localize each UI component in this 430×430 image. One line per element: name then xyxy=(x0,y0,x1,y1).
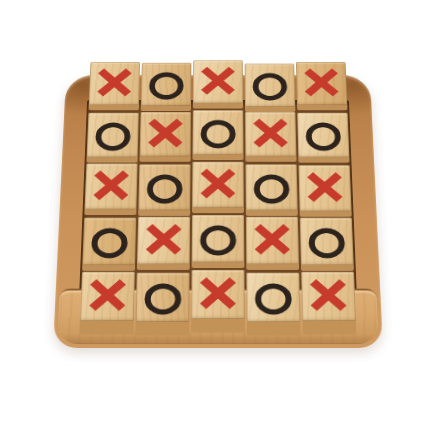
cell-r5c1-x-block[interactable]: × xyxy=(80,272,135,335)
o-glyph: ○ xyxy=(252,68,288,100)
cell-r4c4-x-block[interactable]: × xyxy=(246,217,299,270)
x-glyph: × xyxy=(195,160,240,206)
cell-r3c1-x-block[interactable]: × xyxy=(84,164,137,215)
o-glyph: ○ xyxy=(254,278,292,315)
cell-r2c5-o-block[interactable]: ○ xyxy=(297,113,349,163)
cell-r4c1-o-block[interactable]: ○ xyxy=(82,218,136,271)
game-scene: ×○×○×○×○×○×○×○×○×○×○×○×○× xyxy=(53,28,383,348)
o-glyph: ○ xyxy=(143,278,181,315)
cell-r4c2-x-block[interactable]: × xyxy=(137,217,190,270)
board-3d-wrapper: ×○×○×○×○×○×○×○×○×○×○×○×○× xyxy=(53,62,383,348)
cell-r1c4-o-block[interactable]: ○ xyxy=(245,64,296,112)
x-glyph: × xyxy=(305,270,353,319)
cell-r2c1-o-block[interactable]: ○ xyxy=(86,113,138,163)
x-glyph: × xyxy=(299,60,344,103)
x-glyph: × xyxy=(140,215,186,262)
x-glyph: × xyxy=(249,215,295,262)
x-glyph: × xyxy=(196,59,240,102)
cell-r3c3-x-block[interactable]: × xyxy=(192,162,244,213)
cell-r3c2-o-block[interactable]: ○ xyxy=(138,164,190,215)
cell-r2c3-o-block[interactable]: ○ xyxy=(192,110,243,160)
o-glyph: ○ xyxy=(148,67,184,99)
cell-r2c2-x-block[interactable]: × xyxy=(139,112,191,162)
board-grid: ×○×○×○×○×○×○×○×○×○×○×○×○× xyxy=(81,62,355,292)
cell-r4c3-o-block[interactable]: ○ xyxy=(192,215,245,268)
cell-r2c4-x-block[interactable]: × xyxy=(245,112,297,162)
cell-r4c5-o-block[interactable]: ○ xyxy=(300,218,354,271)
cell-r5c3-x-block[interactable]: × xyxy=(191,270,245,333)
o-glyph: ○ xyxy=(307,222,345,257)
cell-r5c2-o-block[interactable]: ○ xyxy=(135,273,189,336)
x-glyph: × xyxy=(88,162,134,208)
x-glyph: × xyxy=(84,270,132,319)
cell-r5c4-o-block[interactable]: ○ xyxy=(246,273,300,336)
x-glyph: × xyxy=(143,110,188,154)
cell-r1c1-x-block[interactable]: × xyxy=(89,62,140,110)
cell-r3c4-o-block[interactable]: ○ xyxy=(245,164,297,215)
x-glyph: × xyxy=(92,60,137,103)
cell-r1c3-x-block[interactable]: × xyxy=(193,60,243,108)
x-glyph: × xyxy=(302,164,348,210)
o-glyph: ○ xyxy=(305,117,342,150)
x-glyph: × xyxy=(195,268,242,317)
cell-r1c2-o-block[interactable]: ○ xyxy=(141,63,192,111)
cell-r3c5-x-block[interactable]: × xyxy=(299,165,352,217)
cell-r1c5-x-block[interactable]: × xyxy=(296,62,347,110)
o-glyph: ○ xyxy=(94,117,131,150)
cell-r5c5-x-block[interactable]: × xyxy=(301,272,356,335)
o-glyph: ○ xyxy=(146,169,183,203)
o-glyph: ○ xyxy=(199,220,236,255)
x-glyph: × xyxy=(248,110,293,154)
o-glyph: ○ xyxy=(253,169,290,203)
o-glyph: ○ xyxy=(90,222,128,257)
o-glyph: ○ xyxy=(200,115,236,148)
